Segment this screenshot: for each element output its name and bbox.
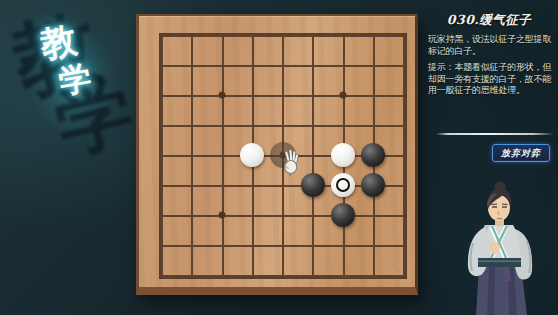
game-screen: 教 学 教 学 030.缓气征子 玩家持黑，设法以征子之型提取标记的白子。 提示…	[0, 0, 558, 315]
hand-cursor-icon	[277, 148, 304, 182]
white-stone	[240, 143, 264, 167]
puzzle-description: 玩家持黑，设法以征子之型提取标记的白子。	[428, 34, 556, 57]
panel-divider	[436, 133, 554, 135]
teaching-mode-logo: 教 学 教 学	[0, 0, 132, 315]
mentor-character-illustration	[443, 181, 553, 315]
black-stone	[361, 143, 385, 167]
star-point	[218, 92, 225, 99]
logo-char-learn: 学	[56, 56, 95, 105]
puzzle-title: 030.缓气征子	[420, 12, 558, 29]
white-stone	[331, 143, 355, 167]
puzzle-hint: 提示：本题看似征子的形状，但却因一旁有支援的白子，故不能用一般征子的思维处理。	[428, 62, 556, 97]
marked-white-stone	[331, 173, 355, 197]
star-point	[340, 92, 347, 99]
circle-mark	[336, 178, 350, 192]
black-stone	[301, 173, 325, 197]
star-point	[218, 212, 225, 219]
go-board[interactable]	[136, 14, 418, 295]
resign-button[interactable]: 放弃对弈	[492, 144, 550, 162]
black-stone	[361, 173, 385, 197]
black-stone	[331, 203, 355, 227]
